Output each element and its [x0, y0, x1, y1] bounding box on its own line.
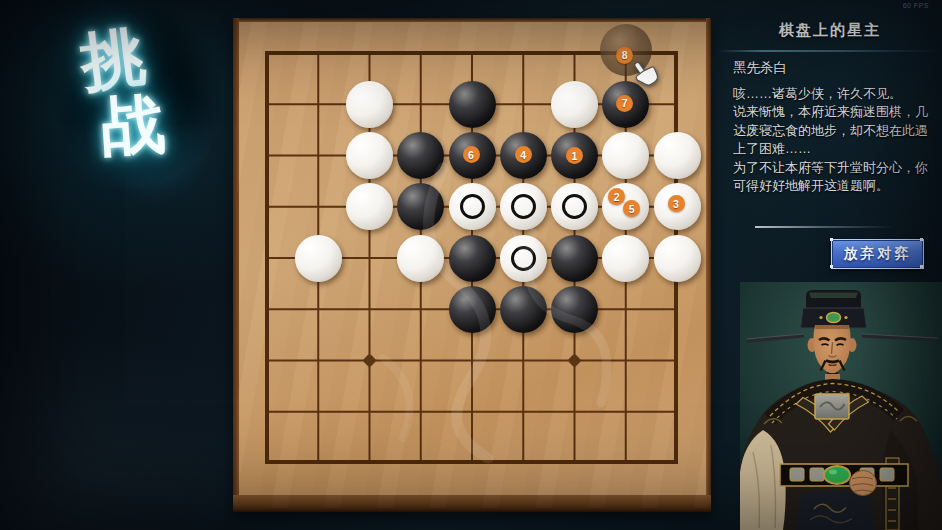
move-badge-4: 4	[515, 146, 532, 163]
puzzle-title: 棋盘上的星主	[718, 21, 942, 40]
stone-white	[654, 235, 701, 282]
stone-white	[397, 235, 444, 282]
move-badge-3: 3	[668, 195, 685, 212]
move-badge-6: 6	[463, 146, 480, 163]
circle-mark	[511, 246, 536, 271]
move-badge-7: 7	[616, 95, 633, 112]
board-edge-top	[233, 18, 711, 22]
magistrate-portrait	[740, 282, 942, 530]
stone-black	[551, 286, 598, 333]
stone-white	[346, 132, 393, 179]
robe-apron	[796, 491, 874, 530]
stone-white	[551, 81, 598, 128]
fps-counter: 60 FPS	[903, 2, 929, 9]
challenge-char-2: 战	[99, 92, 167, 160]
stone-white-marked	[551, 183, 598, 230]
move-badge-1: 1	[566, 147, 583, 164]
mustache	[826, 361, 839, 363]
stone-white-marked	[500, 235, 547, 282]
stone-black	[449, 81, 496, 128]
abandon-game-label: 放弃对弈	[844, 245, 912, 263]
dialogue-line: 咳……诸葛少侠，许久不见。	[733, 85, 935, 103]
challenge-calligraphy: 挑 战	[25, 0, 235, 240]
stone-black	[397, 132, 444, 179]
dialogue-line: 说来惭愧，本府近来痴迷围棋，几	[733, 103, 935, 121]
stone-black	[500, 286, 547, 333]
stone-white	[346, 81, 393, 128]
challenge-char-1: 挑	[77, 24, 148, 95]
stone-white	[346, 183, 393, 230]
stone-white-marked	[449, 183, 496, 230]
button-divider	[755, 226, 907, 228]
board-edge-bottom	[233, 495, 711, 512]
stone-white	[602, 235, 649, 282]
abandon-game-button[interactable]: 放弃对弈	[831, 239, 924, 269]
board-edge-left	[233, 18, 239, 512]
stone-white	[295, 235, 342, 282]
circle-mark	[562, 194, 587, 219]
stone-white	[602, 132, 649, 179]
dialogue-line: 上了困难……	[733, 140, 935, 158]
stone-black	[551, 235, 598, 282]
go-board: 12345678	[233, 18, 711, 512]
board-edge-right	[706, 18, 711, 512]
title-divider	[718, 50, 942, 52]
button-corner-ornaments	[830, 238, 833, 241]
stone-white	[654, 132, 701, 179]
dialogue-line: 可得好好地解开这道题啊。	[733, 177, 935, 195]
belt-jade-buckle	[824, 466, 850, 484]
dialogue-line: 为了不让本府等下升堂时分心，你	[733, 159, 935, 177]
circle-mark	[460, 194, 485, 219]
circle-mark	[511, 194, 536, 219]
npc-dialogue: 咳……诸葛少侠，许久不见。说来惭愧，本府近来痴迷围棋，几达废寝忘食的地步，却不想…	[733, 85, 935, 195]
game-screen: 挑 战 12345678 60 FPS 棋盘上的星主 黑先杀白 咳……诸葛少侠，…	[0, 0, 942, 530]
stone-black	[449, 286, 496, 333]
hat-top-surface	[809, 293, 858, 299]
puzzle-objective: 黑先杀白	[733, 59, 787, 77]
board-grid[interactable]: 12345678	[267, 53, 677, 463]
dialogue-line: 达废寝忘食的地步，却不想在此遇	[733, 122, 935, 140]
puzzle-info-panel: 60 FPS 棋盘上的星主 黑先杀白 咳……诸葛少侠，许久不见。说来惭愧，本府近…	[718, 0, 942, 282]
stone-black	[449, 235, 496, 282]
jade-hat-ornament	[827, 313, 841, 323]
stone-white-marked	[500, 183, 547, 230]
